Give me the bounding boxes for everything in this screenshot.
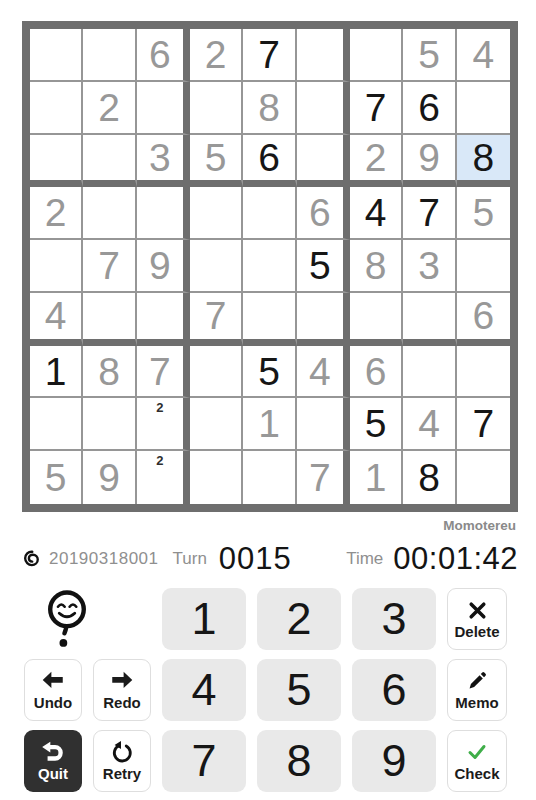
sudoku-cell-r6c8[interactable] — [403, 293, 456, 346]
sudoku-cell-r6c4[interactable]: 7 — [190, 293, 243, 346]
check-label: Check — [454, 765, 499, 782]
swirl-icon — [22, 549, 41, 568]
sudoku-cell-r1c9[interactable]: 4 — [457, 29, 510, 82]
sudoku-cell-r6c1[interactable]: 4 — [30, 293, 83, 346]
puzzle-id: 20190318001 — [49, 549, 159, 569]
delete-button[interactable]: Delete — [447, 588, 507, 650]
turn-counter: 0015 — [219, 541, 292, 577]
sudoku-cell-r4c2[interactable] — [83, 187, 136, 240]
sudoku-cell-r1c1[interactable] — [30, 29, 83, 82]
numkey-4[interactable]: 4 — [162, 659, 246, 721]
sudoku-cell-r3c5[interactable]: 6 — [243, 135, 296, 188]
sudoku-cell-r7c8[interactable] — [403, 346, 456, 399]
sudoku-cell-r6c7[interactable] — [350, 293, 403, 346]
sudoku-cell-r3c6[interactable] — [297, 135, 350, 188]
redo-label: Redo — [103, 694, 141, 711]
sudoku-cell-r9c4[interactable] — [190, 451, 243, 504]
sudoku-cell-r6c2[interactable] — [83, 293, 136, 346]
watermark: Momotereu — [0, 519, 516, 533]
hint-face-icon — [40, 588, 94, 650]
sudoku-cell-r9c1[interactable]: 5 — [30, 451, 83, 504]
sudoku-cell-r2c7[interactable]: 7 — [350, 82, 403, 135]
sudoku-cell-r5c5[interactable] — [243, 240, 296, 293]
sudoku-cell-r1c6[interactable] — [297, 29, 350, 82]
check-checkmark-icon — [465, 740, 489, 764]
numkey-9[interactable]: 9 — [352, 730, 436, 792]
undo-arrow-icon — [40, 669, 66, 693]
sudoku-cell-r3c4[interactable]: 5 — [190, 135, 243, 188]
undo-button[interactable]: Undo — [24, 659, 82, 721]
sudoku-cell-r9c5[interactable] — [243, 451, 296, 504]
sudoku-cell-r2c9[interactable] — [457, 82, 510, 135]
sudoku-cell-r5c3[interactable]: 9 — [137, 240, 190, 293]
numkey-6[interactable]: 6 — [352, 659, 436, 721]
sudoku-cell-r8c7[interactable]: 5 — [350, 398, 403, 451]
sudoku-cell-r4c9[interactable]: 5 — [457, 187, 510, 240]
sudoku-cell-r7c3[interactable]: 7 — [137, 346, 190, 399]
sudoku-cell-r7c2[interactable]: 8 — [83, 346, 136, 399]
sudoku-cell-r9c8[interactable]: 8 — [403, 451, 456, 504]
quit-label: Quit — [38, 765, 68, 782]
redo-arrow-icon — [109, 669, 135, 693]
sudoku-cell-r5c1[interactable] — [30, 240, 83, 293]
sudoku-cell-r6c5[interactable] — [243, 293, 296, 346]
sudoku-cell-r8c8[interactable]: 4 — [403, 398, 456, 451]
sudoku-cell-r8c6[interactable] — [297, 398, 350, 451]
sudoku-cell-r2c1[interactable] — [30, 82, 83, 135]
retry-circular-arrow-icon — [110, 740, 134, 764]
numkey-7[interactable]: 7 — [162, 730, 246, 792]
sudoku-cell-r6c6[interactable] — [297, 293, 350, 346]
sudoku-cell-r7c4[interactable] — [190, 346, 243, 399]
sudoku-cell-r8c1[interactable] — [30, 398, 83, 451]
sudoku-cell-r8c9[interactable]: 7 — [457, 398, 510, 451]
sudoku-cell-r8c5[interactable]: 1 — [243, 398, 296, 451]
quit-return-icon — [40, 741, 66, 764]
sudoku-cell-r2c2[interactable]: 2 — [83, 82, 136, 135]
sudoku-cell-r5c2[interactable]: 7 — [83, 240, 136, 293]
sudoku-cell-r6c9[interactable]: 6 — [457, 293, 510, 346]
retry-label: Retry — [103, 765, 141, 782]
delete-label: Delete — [454, 623, 499, 640]
sudoku-cell-r3c9[interactable]: 8 — [457, 135, 510, 188]
sudoku-cell-r4c7[interactable]: 4 — [350, 187, 403, 240]
numkey-5[interactable]: 5 — [257, 659, 341, 721]
sudoku-cell-r4c5[interactable] — [243, 187, 296, 240]
redo-button[interactable]: Redo — [93, 659, 151, 721]
sudoku-cell-r4c8[interactable]: 7 — [403, 187, 456, 240]
memo-grid: 2 — [138, 399, 182, 448]
sudoku-cell-r1c2[interactable] — [83, 29, 136, 82]
sudoku-board: 6275428763562982647579583476187546215475… — [22, 21, 518, 512]
sudoku-cell-r4c1[interactable]: 2 — [30, 187, 83, 240]
sudoku-cell-r2c4[interactable] — [190, 82, 243, 135]
memo-pencil-icon — [465, 669, 489, 693]
sudoku-cell-r9c7[interactable]: 1 — [350, 451, 403, 504]
undo-label: Undo — [34, 694, 72, 711]
sudoku-cell-r4c3[interactable] — [137, 187, 190, 240]
sudoku-cell-r7c6[interactable]: 4 — [297, 346, 350, 399]
sudoku-cell-r6c3[interactable] — [137, 293, 190, 346]
sudoku-cell-r3c3[interactable]: 3 — [137, 135, 190, 188]
sudoku-cell-r9c2[interactable]: 9 — [83, 451, 136, 504]
sudoku-cell-r2c3[interactable] — [137, 82, 190, 135]
sudoku-cell-r3c1[interactable] — [30, 135, 83, 188]
sudoku-cell-r2c5[interactable]: 8 — [243, 82, 296, 135]
sudoku-cell-r3c7[interactable]: 2 — [350, 135, 403, 188]
sudoku-cell-r1c7[interactable] — [350, 29, 403, 82]
numkey-2[interactable]: 2 — [257, 588, 341, 650]
memo-button[interactable]: Memo — [447, 659, 507, 721]
sudoku-cell-r5c7[interactable]: 8 — [350, 240, 403, 293]
numkey-8[interactable]: 8 — [257, 730, 341, 792]
memo-grid: 2 — [138, 452, 182, 503]
sudoku-cell-r9c3[interactable]: 2 — [137, 451, 190, 504]
sudoku-cell-r1c5[interactable]: 7 — [243, 29, 296, 82]
sudoku-cell-r2c6[interactable] — [297, 82, 350, 135]
delete-x-icon — [466, 599, 489, 622]
time-value: 00:01:42 — [393, 541, 518, 577]
sudoku-cell-r8c3[interactable]: 2 — [137, 398, 190, 451]
sudoku-cell-r7c7[interactable]: 6 — [350, 346, 403, 399]
numkey-3[interactable]: 3 — [352, 588, 436, 650]
memo-label: Memo — [455, 694, 498, 711]
sudoku-cell-r5c8[interactable]: 3 — [403, 240, 456, 293]
sudoku-cell-r9c6[interactable]: 7 — [297, 451, 350, 504]
sudoku-cell-r8c4[interactable] — [190, 398, 243, 451]
sudoku-cell-r9c9[interactable] — [457, 451, 510, 504]
sudoku-cell-r1c3[interactable]: 6 — [137, 29, 190, 82]
status-bar: 20190318001 Turn 0015 Time 00:01:42 — [22, 540, 518, 577]
keypad: 1 2 3 Delete Undo Redo 4 5 6 Memo Qu — [24, 588, 536, 792]
sudoku-cell-r5c6[interactable]: 5 — [297, 240, 350, 293]
sudoku-cell-r2c8[interactable]: 6 — [403, 82, 456, 135]
time-label: Time — [346, 549, 383, 569]
sudoku-cell-r7c9[interactable] — [457, 346, 510, 399]
sudoku-cell-r7c5[interactable]: 5 — [243, 346, 296, 399]
retry-button[interactable]: Retry — [93, 730, 151, 792]
sudoku-cell-r5c4[interactable] — [190, 240, 243, 293]
turn-label: Turn — [173, 549, 207, 569]
sudoku-cell-r3c8[interactable]: 9 — [403, 135, 456, 188]
sudoku-cell-r4c6[interactable]: 6 — [297, 187, 350, 240]
quit-button[interactable]: Quit — [24, 730, 82, 792]
sudoku-cell-r7c1[interactable]: 1 — [30, 346, 83, 399]
numkey-1[interactable]: 1 — [162, 588, 246, 650]
sudoku-cell-r1c8[interactable]: 5 — [403, 29, 456, 82]
sudoku-cell-r8c2[interactable] — [83, 398, 136, 451]
sudoku-cell-r3c2[interactable] — [83, 135, 136, 188]
sudoku-cell-r1c4[interactable]: 2 — [190, 29, 243, 82]
sudoku-cell-r5c9[interactable] — [457, 240, 510, 293]
hint-button[interactable] — [24, 588, 151, 650]
check-button[interactable]: Check — [447, 730, 507, 792]
sudoku-cell-r4c4[interactable] — [190, 187, 243, 240]
